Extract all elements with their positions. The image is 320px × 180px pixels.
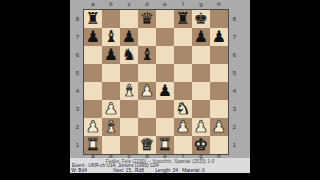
square-e8	[156, 10, 174, 28]
piece-br-f8: ♜	[176, 10, 190, 28]
square-e3	[156, 100, 174, 118]
square-c8	[120, 10, 138, 28]
square-e2	[156, 118, 174, 136]
rank-label-5: 5	[231, 64, 238, 82]
file-label-b: b	[102, 153, 120, 160]
square-h4	[210, 82, 228, 100]
video-frame: { "game": "chess", "position": { "fen": …	[0, 0, 320, 180]
status-line: W: Bd4 Next: 15...Rd8 Length: 34 Materia…	[70, 168, 250, 173]
square-e7	[156, 28, 174, 46]
piece-bn-c6: ♞	[122, 46, 136, 64]
square-g8: ♚	[192, 10, 210, 28]
rank-label-1: 1	[74, 136, 81, 154]
file-label-e: e	[156, 1, 174, 8]
file-label-c: c	[120, 153, 138, 160]
piece-bb-d6: ♝	[140, 46, 154, 64]
square-a8: ♜	[84, 10, 102, 28]
square-c7: ♟	[120, 28, 138, 46]
square-f8: ♜	[174, 10, 192, 28]
rank-label-3: 3	[74, 100, 81, 118]
square-d3	[138, 100, 156, 118]
rank-label-4: 4	[231, 82, 238, 100]
square-f2: ♟	[174, 118, 192, 136]
rank-label-5: 5	[74, 64, 81, 82]
square-g4	[192, 82, 210, 100]
file-label-f: f	[174, 153, 192, 160]
piece-wr-a1: ♜	[86, 136, 100, 154]
square-d5	[138, 64, 156, 82]
rank-labels-left: 87654321	[74, 10, 81, 154]
square-b8	[102, 10, 120, 28]
next-move-field: Next: 15...Rd8	[113, 168, 144, 173]
square-a5	[84, 64, 102, 82]
material-field: Material: 0	[182, 168, 204, 173]
piece-wp-h2: ♟	[212, 118, 226, 136]
file-label-g: g	[192, 1, 210, 8]
rank-label-7: 7	[231, 28, 238, 46]
piece-wk-g1: ♚	[194, 136, 208, 154]
rank-label-4: 4	[74, 82, 81, 100]
piece-bp-c7: ♟	[122, 28, 136, 46]
square-b5	[102, 64, 120, 82]
piece-bp-g7: ♟	[194, 28, 208, 46]
file-label-b: b	[102, 1, 120, 8]
square-b6: ♟	[102, 46, 120, 64]
square-e6	[156, 46, 174, 64]
piece-wb-b2: ♝	[104, 118, 118, 136]
piece-wn-f3: ♞	[176, 100, 190, 118]
rank-label-6: 6	[74, 46, 81, 64]
square-g3	[192, 100, 210, 118]
piece-bp-b6: ♟	[104, 46, 118, 64]
square-f5	[174, 64, 192, 82]
square-b2: ♝	[102, 118, 120, 136]
square-a3	[84, 100, 102, 118]
square-e4: ♟	[156, 82, 174, 100]
square-a7: ♟	[84, 28, 102, 46]
square-h2: ♟	[210, 118, 228, 136]
file-label-g: g	[192, 153, 210, 160]
piece-bq-d8: ♛	[140, 10, 154, 28]
square-c1	[120, 136, 138, 154]
square-a6	[84, 46, 102, 64]
square-g1: ♚	[192, 136, 210, 154]
piece-wr-e1: ♜	[158, 136, 172, 154]
square-b4	[102, 82, 120, 100]
square-e1: ♜	[156, 136, 174, 154]
piece-wb-c4: ♝	[122, 82, 136, 100]
square-b1	[102, 136, 120, 154]
file-label-e: e	[156, 153, 174, 160]
square-f1	[174, 136, 192, 154]
file-label-f: f	[174, 1, 192, 8]
square-d2	[138, 118, 156, 136]
file-label-h: h	[210, 1, 228, 8]
diagram-panel: abcdefgh 87654321 87654321 ♜♛♜♚♟♝♟♟♟♟♞♝♝…	[70, 0, 250, 173]
square-d8: ♛	[138, 10, 156, 28]
rank-label-6: 6	[231, 46, 238, 64]
piece-wp-f2: ♟	[176, 118, 190, 136]
piece-bk-g8: ♚	[194, 10, 208, 28]
file-label-h: h	[210, 153, 228, 160]
square-g7: ♟	[192, 28, 210, 46]
square-a1: ♜	[84, 136, 102, 154]
square-a2: ♟	[84, 118, 102, 136]
file-label-d: d	[138, 153, 156, 160]
square-g5	[192, 64, 210, 82]
piece-wp-g2: ♟	[194, 118, 208, 136]
file-labels-bottom: abcdefgh	[84, 153, 228, 160]
square-f3: ♞	[174, 100, 192, 118]
rank-label-8: 8	[74, 10, 81, 28]
square-h6	[210, 46, 228, 64]
piece-wp-d4: ♟	[140, 82, 154, 100]
rank-label-2: 2	[231, 118, 238, 136]
square-h1	[210, 136, 228, 154]
square-d1: ♛	[138, 136, 156, 154]
square-f4	[174, 82, 192, 100]
file-label-a: a	[84, 153, 102, 160]
square-c2	[120, 118, 138, 136]
square-f7	[174, 28, 192, 46]
piece-wq-d1: ♛	[140, 136, 154, 154]
piece-bp-h7: ♟	[212, 28, 226, 46]
game-length-field: Length: 34	[155, 168, 178, 173]
chess-board: ♜♛♜♚♟♝♟♟♟♟♞♝♝♟♟♟♞♟♝♟♟♟♜♛♜♚	[83, 9, 229, 155]
piece-bb-b7: ♝	[104, 28, 118, 46]
square-c5	[120, 64, 138, 82]
square-f6	[174, 46, 192, 64]
square-c6: ♞	[120, 46, 138, 64]
piece-br-a8: ♜	[86, 10, 100, 28]
square-d6: ♝	[138, 46, 156, 64]
square-g2: ♟	[192, 118, 210, 136]
rank-label-1: 1	[231, 136, 238, 154]
piece-bp-a7: ♟	[86, 28, 100, 46]
caption-bar: Fedler, Fele (2290) -- Vysochin, Spartak…	[70, 158, 250, 173]
piece-bp-e4: ♟	[158, 82, 172, 100]
file-labels-top: abcdefgh	[84, 1, 228, 8]
square-e5	[156, 64, 174, 82]
piece-wp-a2: ♟	[86, 118, 100, 136]
rank-label-3: 3	[231, 100, 238, 118]
rank-label-2: 2	[74, 118, 81, 136]
square-h3	[210, 100, 228, 118]
rank-label-7: 7	[74, 28, 81, 46]
square-h5	[210, 64, 228, 82]
piece-wp-b3: ♟	[104, 100, 118, 118]
square-g6	[192, 46, 210, 64]
last-move-field: W: Bd4	[71, 168, 87, 173]
square-h8	[210, 10, 228, 28]
square-b3: ♟	[102, 100, 120, 118]
square-d4: ♟	[138, 82, 156, 100]
square-c3	[120, 100, 138, 118]
rank-labels-right: 87654321	[231, 10, 238, 154]
square-c4: ♝	[120, 82, 138, 100]
rank-label-8: 8	[231, 10, 238, 28]
square-b7: ♝	[102, 28, 120, 46]
square-d7	[138, 28, 156, 46]
square-a4	[84, 82, 102, 100]
file-label-a: a	[84, 1, 102, 8]
file-label-d: d	[138, 1, 156, 8]
file-label-c: c	[120, 1, 138, 8]
square-h7: ♟	[210, 28, 228, 46]
